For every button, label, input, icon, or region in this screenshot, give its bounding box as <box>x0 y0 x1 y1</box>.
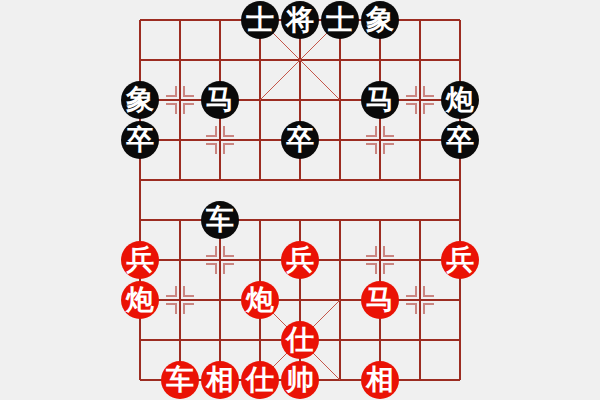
piece-black-cannon-i8[interactable]: 炮 <box>441 81 479 119</box>
piece-red-elephant-c1[interactable]: 相 <box>201 361 239 399</box>
piece-red-cannon-d3[interactable]: 炮 <box>241 281 279 319</box>
piece-red-horse-g3[interactable]: 马 <box>361 281 399 319</box>
piece-red-advisor-d1[interactable]: 仕 <box>241 361 279 399</box>
piece-red-soldier-a4[interactable]: 兵 <box>121 241 159 279</box>
xiangqi-board-area: 士将士象象马马炮卒卒卒车兵兵兵炮炮马仕车相仕帅相 <box>0 0 600 400</box>
piece-black-chariot-c5[interactable]: 车 <box>201 201 239 239</box>
piece-black-elephant-a8[interactable]: 象 <box>121 81 159 119</box>
piece-red-soldier-i4[interactable]: 兵 <box>441 241 479 279</box>
piece-red-elephant-g1[interactable]: 相 <box>361 361 399 399</box>
piece-black-soldier-i7[interactable]: 卒 <box>441 121 479 159</box>
piece-black-horse-g8[interactable]: 马 <box>361 81 399 119</box>
piece-red-soldier-e4[interactable]: 兵 <box>281 241 319 279</box>
piece-black-soldier-e7[interactable]: 卒 <box>281 121 319 159</box>
piece-black-general-e10[interactable]: 将 <box>281 1 319 39</box>
piece-black-advisor-d10[interactable]: 士 <box>241 1 279 39</box>
piece-black-elephant-g10[interactable]: 象 <box>361 1 399 39</box>
piece-black-advisor-f10[interactable]: 士 <box>321 1 359 39</box>
piece-red-cannon-a3[interactable]: 炮 <box>121 281 159 319</box>
pieces-layer: 士将士象象马马炮卒卒卒车兵兵兵炮炮马仕车相仕帅相 <box>120 0 480 400</box>
piece-red-chariot-b1[interactable]: 车 <box>161 361 199 399</box>
piece-black-soldier-a7[interactable]: 卒 <box>121 121 159 159</box>
piece-red-advisor-e2[interactable]: 仕 <box>281 321 319 359</box>
piece-black-horse-c8[interactable]: 马 <box>201 81 239 119</box>
piece-red-general-e1[interactable]: 帅 <box>281 361 319 399</box>
